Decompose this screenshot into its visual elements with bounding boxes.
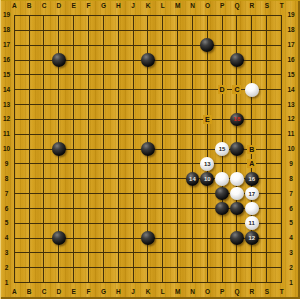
point-M16[interactable] [170,53,185,68]
point-N11[interactable] [185,127,200,142]
point-C5[interactable] [37,216,52,231]
point-Q12[interactable]: 18 [230,112,245,127]
point-L7[interactable] [155,186,170,201]
point-A3[interactable] [7,246,22,261]
point-N7[interactable] [185,186,200,201]
point-S11[interactable] [259,127,274,142]
point-J1[interactable] [126,275,141,290]
point-H8[interactable] [111,171,126,186]
point-J10[interactable] [126,142,141,157]
point-C19[interactable] [37,8,52,23]
point-C17[interactable] [37,38,52,53]
point-R5[interactable]: 11 [244,216,259,231]
point-R12[interactable] [244,112,259,127]
point-H15[interactable] [111,67,126,82]
point-M2[interactable] [170,260,185,275]
point-S7[interactable] [259,186,274,201]
point-R19[interactable] [244,8,259,23]
point-C18[interactable] [37,23,52,38]
point-E14[interactable] [66,82,81,97]
point-R9[interactable]: A [244,157,259,172]
point-D19[interactable] [51,8,66,23]
point-K2[interactable] [140,260,155,275]
point-S14[interactable] [259,82,274,97]
point-H14[interactable] [111,82,126,97]
point-F16[interactable] [81,53,96,68]
point-L5[interactable] [155,216,170,231]
point-O6[interactable] [200,201,215,216]
point-E12[interactable] [66,112,81,127]
point-E5[interactable] [66,216,81,231]
point-E8[interactable] [66,171,81,186]
point-S15[interactable] [259,67,274,82]
point-B19[interactable] [22,8,37,23]
point-T8[interactable] [274,171,289,186]
point-J17[interactable] [126,38,141,53]
point-S8[interactable] [259,171,274,186]
point-B6[interactable] [22,201,37,216]
point-C15[interactable] [37,67,52,82]
point-G3[interactable] [96,246,111,261]
point-L12[interactable] [155,112,170,127]
point-G18[interactable] [96,23,111,38]
point-P8[interactable] [215,171,230,186]
point-R13[interactable] [244,97,259,112]
point-P1[interactable] [215,275,230,290]
point-D2[interactable] [51,260,66,275]
point-O4[interactable] [200,231,215,246]
point-N6[interactable] [185,201,200,216]
point-D11[interactable] [51,127,66,142]
point-F6[interactable] [81,201,96,216]
point-O10[interactable] [200,142,215,157]
point-S13[interactable] [259,97,274,112]
point-R6[interactable] [244,201,259,216]
point-F2[interactable] [81,260,96,275]
point-A4[interactable] [7,231,22,246]
point-D14[interactable] [51,82,66,97]
point-L10[interactable] [155,142,170,157]
point-P12[interactable] [215,112,230,127]
point-Q11[interactable] [230,127,245,142]
point-A15[interactable] [7,67,22,82]
point-R3[interactable] [244,246,259,261]
point-S9[interactable] [259,157,274,172]
point-F17[interactable] [81,38,96,53]
point-B18[interactable] [22,23,37,38]
point-D10[interactable] [51,142,66,157]
point-C16[interactable] [37,53,52,68]
point-T7[interactable] [274,186,289,201]
point-N8[interactable]: 14 [185,171,200,186]
point-M18[interactable] [170,23,185,38]
point-J16[interactable] [126,53,141,68]
point-Q17[interactable] [230,38,245,53]
point-H5[interactable] [111,216,126,231]
point-O1[interactable] [200,275,215,290]
point-H2[interactable] [111,260,126,275]
point-R4[interactable]: 12 [244,231,259,246]
point-A8[interactable] [7,171,22,186]
point-P13[interactable] [215,97,230,112]
point-L4[interactable] [155,231,170,246]
point-R18[interactable] [244,23,259,38]
point-E10[interactable] [66,142,81,157]
point-M14[interactable] [170,82,185,97]
point-S16[interactable] [259,53,274,68]
point-A6[interactable] [7,201,22,216]
point-N10[interactable] [185,142,200,157]
point-H19[interactable] [111,8,126,23]
point-R14[interactable] [244,82,259,97]
point-F11[interactable] [81,127,96,142]
point-K12[interactable] [140,112,155,127]
point-B4[interactable] [22,231,37,246]
point-H6[interactable] [111,201,126,216]
point-T12[interactable] [274,112,289,127]
point-G8[interactable] [96,171,111,186]
point-H10[interactable] [111,142,126,157]
point-L17[interactable] [155,38,170,53]
point-K5[interactable] [140,216,155,231]
point-Q14[interactable]: C [230,82,245,97]
point-E13[interactable] [66,97,81,112]
point-Q3[interactable] [230,246,245,261]
point-K16[interactable] [140,53,155,68]
point-F19[interactable] [81,8,96,23]
point-O18[interactable] [200,23,215,38]
point-O17[interactable] [200,38,215,53]
point-N16[interactable] [185,53,200,68]
point-T18[interactable] [274,23,289,38]
point-J18[interactable] [126,23,141,38]
point-N15[interactable] [185,67,200,82]
point-T13[interactable] [274,97,289,112]
point-J4[interactable] [126,231,141,246]
point-N13[interactable] [185,97,200,112]
point-B12[interactable] [22,112,37,127]
point-T14[interactable] [274,82,289,97]
point-H12[interactable] [111,112,126,127]
point-F12[interactable] [81,112,96,127]
point-O3[interactable] [200,246,215,261]
point-N17[interactable] [185,38,200,53]
point-T11[interactable] [274,127,289,142]
point-E4[interactable] [66,231,81,246]
point-P11[interactable] [215,127,230,142]
point-Q8[interactable] [230,171,245,186]
point-E2[interactable] [66,260,81,275]
point-K4[interactable] [140,231,155,246]
point-F10[interactable] [81,142,96,157]
point-H3[interactable] [111,246,126,261]
point-H1[interactable] [111,275,126,290]
point-G10[interactable] [96,142,111,157]
point-Q9[interactable] [230,157,245,172]
point-D9[interactable] [51,157,66,172]
point-L11[interactable] [155,127,170,142]
point-M15[interactable] [170,67,185,82]
point-C1[interactable] [37,275,52,290]
point-S10[interactable] [259,142,274,157]
point-G19[interactable] [96,8,111,23]
point-N12[interactable] [185,112,200,127]
point-O16[interactable] [200,53,215,68]
point-N18[interactable] [185,23,200,38]
point-J5[interactable] [126,216,141,231]
point-P10[interactable]: 15 [215,142,230,157]
point-Q1[interactable] [230,275,245,290]
point-G4[interactable] [96,231,111,246]
point-M4[interactable] [170,231,185,246]
point-G1[interactable] [96,275,111,290]
point-J15[interactable] [126,67,141,82]
point-P17[interactable] [215,38,230,53]
point-A18[interactable] [7,23,22,38]
point-K11[interactable] [140,127,155,142]
point-Q2[interactable] [230,260,245,275]
point-Q10[interactable] [230,142,245,157]
point-P15[interactable] [215,67,230,82]
point-H16[interactable] [111,53,126,68]
point-H13[interactable] [111,97,126,112]
point-H17[interactable] [111,38,126,53]
point-O13[interactable] [200,97,215,112]
point-M10[interactable] [170,142,185,157]
point-A1[interactable] [7,275,22,290]
point-M9[interactable] [170,157,185,172]
point-E1[interactable] [66,275,81,290]
point-N9[interactable] [185,157,200,172]
point-K8[interactable] [140,171,155,186]
point-A16[interactable] [7,53,22,68]
point-J6[interactable] [126,201,141,216]
point-C2[interactable] [37,260,52,275]
point-C7[interactable] [37,186,52,201]
point-L14[interactable] [155,82,170,97]
point-C13[interactable] [37,97,52,112]
point-P9[interactable] [215,157,230,172]
point-R16[interactable] [244,53,259,68]
point-E9[interactable] [66,157,81,172]
point-Q6[interactable] [230,201,245,216]
point-B3[interactable] [22,246,37,261]
point-O5[interactable] [200,216,215,231]
point-D13[interactable] [51,97,66,112]
point-M7[interactable] [170,186,185,201]
point-B2[interactable] [22,260,37,275]
point-A7[interactable] [7,186,22,201]
point-J12[interactable] [126,112,141,127]
point-A14[interactable] [7,82,22,97]
point-T2[interactable] [274,260,289,275]
point-E18[interactable] [66,23,81,38]
point-B13[interactable] [22,97,37,112]
point-M8[interactable] [170,171,185,186]
point-D18[interactable] [51,23,66,38]
point-S19[interactable] [259,8,274,23]
point-K17[interactable] [140,38,155,53]
point-R11[interactable] [244,127,259,142]
point-E6[interactable] [66,201,81,216]
point-A17[interactable] [7,38,22,53]
point-O9[interactable]: 13 [200,157,215,172]
point-B15[interactable] [22,67,37,82]
point-J11[interactable] [126,127,141,142]
point-H18[interactable] [111,23,126,38]
point-A10[interactable] [7,142,22,157]
point-O12[interactable]: E [200,112,215,127]
point-B7[interactable] [22,186,37,201]
point-G11[interactable] [96,127,111,142]
point-C10[interactable] [37,142,52,157]
point-G5[interactable] [96,216,111,231]
point-T4[interactable] [274,231,289,246]
point-N2[interactable] [185,260,200,275]
point-E3[interactable] [66,246,81,261]
point-C9[interactable] [37,157,52,172]
point-K7[interactable] [140,186,155,201]
point-C14[interactable] [37,82,52,97]
point-C6[interactable] [37,201,52,216]
point-D3[interactable] [51,246,66,261]
point-E7[interactable] [66,186,81,201]
point-L9[interactable] [155,157,170,172]
point-P4[interactable] [215,231,230,246]
point-M13[interactable] [170,97,185,112]
point-M17[interactable] [170,38,185,53]
point-D5[interactable] [51,216,66,231]
point-Q4[interactable] [230,231,245,246]
point-P6[interactable] [215,201,230,216]
point-F4[interactable] [81,231,96,246]
point-A5[interactable] [7,216,22,231]
point-O2[interactable] [200,260,215,275]
point-J19[interactable] [126,8,141,23]
point-B5[interactable] [22,216,37,231]
point-J7[interactable] [126,186,141,201]
point-M3[interactable] [170,246,185,261]
point-E17[interactable] [66,38,81,53]
point-G13[interactable] [96,97,111,112]
point-B10[interactable] [22,142,37,157]
point-D1[interactable] [51,275,66,290]
point-O14[interactable] [200,82,215,97]
point-K19[interactable] [140,8,155,23]
point-P16[interactable] [215,53,230,68]
point-N3[interactable] [185,246,200,261]
point-T3[interactable] [274,246,289,261]
point-F18[interactable] [81,23,96,38]
point-R8[interactable]: 16 [244,171,259,186]
point-D16[interactable] [51,53,66,68]
point-P5[interactable] [215,216,230,231]
point-M11[interactable] [170,127,185,142]
point-K10[interactable] [140,142,155,157]
point-N14[interactable] [185,82,200,97]
point-L16[interactable] [155,53,170,68]
point-L19[interactable] [155,8,170,23]
point-M12[interactable] [170,112,185,127]
point-F7[interactable] [81,186,96,201]
point-S2[interactable] [259,260,274,275]
point-F13[interactable] [81,97,96,112]
point-D12[interactable] [51,112,66,127]
point-T16[interactable] [274,53,289,68]
point-B11[interactable] [22,127,37,142]
point-J8[interactable] [126,171,141,186]
point-J14[interactable] [126,82,141,97]
point-O19[interactable] [200,8,215,23]
point-M19[interactable] [170,8,185,23]
point-C3[interactable] [37,246,52,261]
point-H9[interactable] [111,157,126,172]
point-A12[interactable] [7,112,22,127]
point-A13[interactable] [7,97,22,112]
point-L1[interactable] [155,275,170,290]
point-B1[interactable] [22,275,37,290]
point-T6[interactable] [274,201,289,216]
point-R10[interactable]: B [244,142,259,157]
point-Q18[interactable] [230,23,245,38]
point-C8[interactable] [37,171,52,186]
point-R7[interactable]: 17 [244,186,259,201]
point-L8[interactable] [155,171,170,186]
point-Q16[interactable] [230,53,245,68]
point-B9[interactable] [22,157,37,172]
point-E16[interactable] [66,53,81,68]
point-B17[interactable] [22,38,37,53]
point-K6[interactable] [140,201,155,216]
point-T1[interactable] [274,275,289,290]
point-S3[interactable] [259,246,274,261]
point-L3[interactable] [155,246,170,261]
point-S4[interactable] [259,231,274,246]
point-E19[interactable] [66,8,81,23]
point-S1[interactable] [259,275,274,290]
point-J2[interactable] [126,260,141,275]
point-B16[interactable] [22,53,37,68]
point-P19[interactable] [215,8,230,23]
point-M1[interactable] [170,275,185,290]
point-L15[interactable] [155,67,170,82]
point-Q15[interactable] [230,67,245,82]
point-G14[interactable] [96,82,111,97]
point-P3[interactable] [215,246,230,261]
point-H4[interactable] [111,231,126,246]
point-Q13[interactable] [230,97,245,112]
point-M5[interactable] [170,216,185,231]
point-J9[interactable] [126,157,141,172]
point-R17[interactable] [244,38,259,53]
point-N19[interactable] [185,8,200,23]
point-D7[interactable] [51,186,66,201]
point-O11[interactable] [200,127,215,142]
point-D4[interactable] [51,231,66,246]
point-G17[interactable] [96,38,111,53]
point-L18[interactable] [155,23,170,38]
point-T15[interactable] [274,67,289,82]
point-K14[interactable] [140,82,155,97]
point-A9[interactable] [7,157,22,172]
point-D15[interactable] [51,67,66,82]
point-F9[interactable] [81,157,96,172]
point-D17[interactable] [51,38,66,53]
point-S18[interactable] [259,23,274,38]
point-O7[interactable] [200,186,215,201]
point-D6[interactable] [51,201,66,216]
point-G2[interactable] [96,260,111,275]
